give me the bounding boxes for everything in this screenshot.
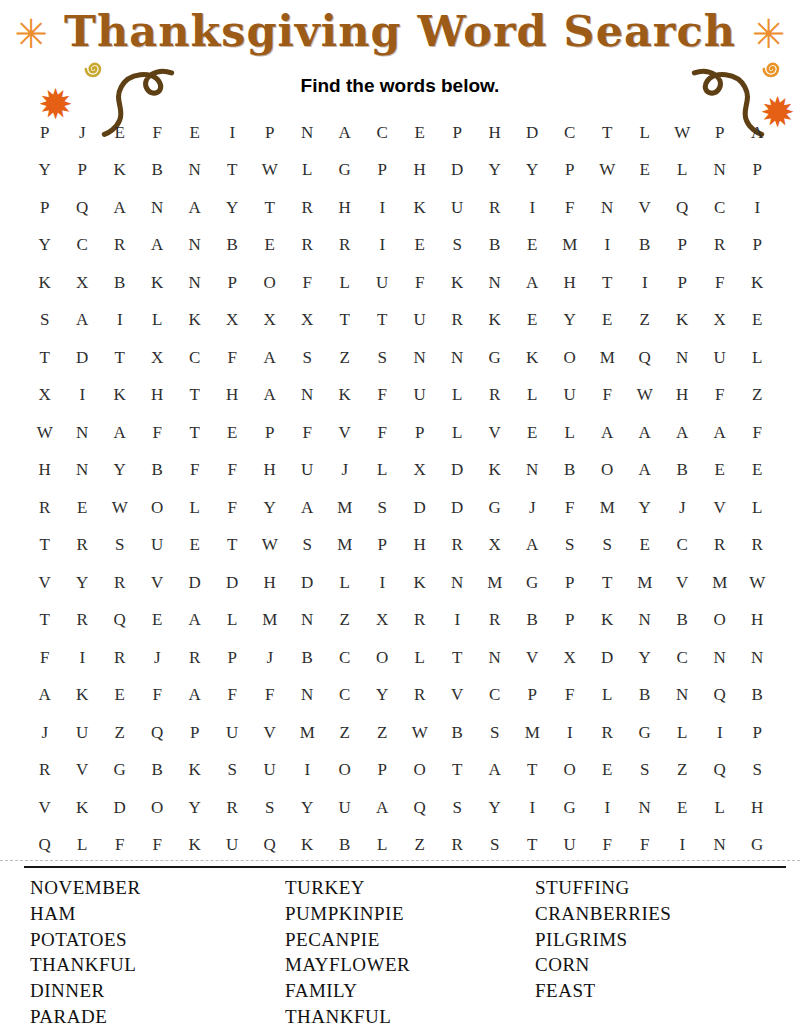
grid-cell[interactable]: R bbox=[101, 227, 139, 265]
grid-cell[interactable]: Q bbox=[401, 789, 439, 827]
grid-cell[interactable]: E bbox=[64, 489, 102, 527]
grid-cell[interactable]: N bbox=[664, 677, 702, 715]
grid-cell[interactable]: F bbox=[701, 264, 739, 302]
grid-cell[interactable]: F bbox=[251, 677, 289, 715]
grid-cell[interactable]: K bbox=[439, 264, 477, 302]
grid-cell[interactable]: R bbox=[401, 677, 439, 715]
grid-cell[interactable]: A bbox=[176, 189, 214, 227]
grid-cell[interactable]: E bbox=[176, 114, 214, 152]
grid-cell[interactable]: K bbox=[64, 677, 102, 715]
grid-cell[interactable]: M bbox=[551, 227, 589, 265]
grid-cell[interactable]: W bbox=[251, 152, 289, 190]
grid-cell[interactable]: M bbox=[589, 489, 627, 527]
grid-cell[interactable]: Q bbox=[664, 189, 702, 227]
grid-cell[interactable]: N bbox=[589, 189, 627, 227]
grid-cell[interactable]: F bbox=[364, 414, 402, 452]
grid-cell[interactable]: P bbox=[739, 714, 777, 752]
grid-cell[interactable]: S bbox=[26, 302, 64, 340]
grid-cell[interactable]: W bbox=[664, 114, 702, 152]
grid-cell[interactable]: A bbox=[739, 114, 777, 152]
grid-cell[interactable]: C bbox=[176, 339, 214, 377]
grid-cell[interactable]: I bbox=[739, 189, 777, 227]
grid-cell[interactable]: V bbox=[626, 189, 664, 227]
grid-cell[interactable]: X bbox=[551, 639, 589, 677]
grid-cell[interactable]: D bbox=[401, 489, 439, 527]
grid-cell[interactable]: Z bbox=[326, 602, 364, 640]
grid-cell[interactable]: A bbox=[626, 452, 664, 490]
grid-cell[interactable]: T bbox=[439, 639, 477, 677]
grid-cell[interactable]: J bbox=[139, 639, 177, 677]
grid-cell[interactable]: X bbox=[701, 302, 739, 340]
grid-cell[interactable]: M bbox=[326, 489, 364, 527]
grid-cell[interactable]: M bbox=[289, 714, 327, 752]
grid-cell[interactable]: M bbox=[326, 527, 364, 565]
grid-cell[interactable]: J bbox=[664, 489, 702, 527]
grid-cell[interactable]: I bbox=[364, 227, 402, 265]
grid-cell[interactable]: Z bbox=[364, 714, 402, 752]
grid-cell[interactable]: G bbox=[551, 789, 589, 827]
grid-cell[interactable]: F bbox=[26, 639, 64, 677]
grid-cell[interactable]: P bbox=[214, 639, 252, 677]
grid-cell[interactable]: A bbox=[326, 114, 364, 152]
grid-cell[interactable]: R bbox=[439, 527, 477, 565]
grid-cell[interactable]: H bbox=[326, 189, 364, 227]
grid-cell[interactable]: A bbox=[514, 527, 552, 565]
grid-cell[interactable]: N bbox=[64, 452, 102, 490]
grid-cell[interactable]: L bbox=[364, 452, 402, 490]
grid-cell[interactable]: A bbox=[589, 414, 627, 452]
grid-cell[interactable]: S bbox=[589, 527, 627, 565]
grid-cell[interactable]: T bbox=[439, 752, 477, 790]
grid-cell[interactable]: V bbox=[139, 564, 177, 602]
grid-cell[interactable]: J bbox=[514, 489, 552, 527]
grid-cell[interactable]: R bbox=[701, 227, 739, 265]
grid-cell[interactable]: L bbox=[664, 152, 702, 190]
grid-cell[interactable]: T bbox=[514, 827, 552, 865]
grid-cell[interactable]: T bbox=[176, 414, 214, 452]
grid-cell[interactable]: R bbox=[289, 227, 327, 265]
grid-cell[interactable]: X bbox=[251, 302, 289, 340]
grid-cell[interactable]: A bbox=[289, 489, 327, 527]
grid-cell[interactable]: Y bbox=[476, 152, 514, 190]
grid-cell[interactable]: I bbox=[364, 564, 402, 602]
grid-cell[interactable]: F bbox=[214, 452, 252, 490]
grid-cell[interactable]: D bbox=[101, 789, 139, 827]
grid-cell[interactable]: E bbox=[514, 227, 552, 265]
grid-cell[interactable]: T bbox=[214, 527, 252, 565]
grid-cell[interactable]: V bbox=[701, 489, 739, 527]
grid-cell[interactable]: Y bbox=[251, 489, 289, 527]
grid-cell[interactable]: K bbox=[476, 302, 514, 340]
grid-cell[interactable]: K bbox=[176, 752, 214, 790]
grid-cell[interactable]: Q bbox=[701, 752, 739, 790]
grid-cell[interactable]: P bbox=[251, 414, 289, 452]
grid-cell[interactable]: V bbox=[251, 714, 289, 752]
grid-cell[interactable]: N bbox=[739, 639, 777, 677]
grid-cell[interactable]: U bbox=[214, 714, 252, 752]
grid-cell[interactable]: N bbox=[476, 264, 514, 302]
grid-cell[interactable]: Y bbox=[101, 452, 139, 490]
grid-cell[interactable]: B bbox=[476, 227, 514, 265]
grid-cell[interactable]: K bbox=[26, 264, 64, 302]
grid-cell[interactable]: D bbox=[589, 639, 627, 677]
grid-cell[interactable]: E bbox=[401, 227, 439, 265]
grid-cell[interactable]: S bbox=[214, 752, 252, 790]
grid-cell[interactable]: O bbox=[551, 752, 589, 790]
grid-cell[interactable]: F bbox=[551, 489, 589, 527]
grid-cell[interactable]: L bbox=[326, 264, 364, 302]
grid-cell[interactable]: P bbox=[364, 152, 402, 190]
grid-cell[interactable]: K bbox=[739, 264, 777, 302]
grid-cell[interactable]: D bbox=[176, 564, 214, 602]
grid-cell[interactable]: P bbox=[439, 114, 477, 152]
grid-cell[interactable]: A bbox=[364, 789, 402, 827]
grid-cell[interactable]: N bbox=[476, 639, 514, 677]
grid-cell[interactable]: F bbox=[139, 414, 177, 452]
grid-cell[interactable]: W bbox=[401, 714, 439, 752]
grid-cell[interactable]: T bbox=[26, 527, 64, 565]
grid-cell[interactable]: O bbox=[401, 752, 439, 790]
grid-cell[interactable]: B bbox=[626, 227, 664, 265]
grid-cell[interactable]: E bbox=[176, 527, 214, 565]
grid-cell[interactable]: V bbox=[439, 677, 477, 715]
grid-cell[interactable]: L bbox=[664, 714, 702, 752]
grid-cell[interactable]: I bbox=[589, 227, 627, 265]
grid-cell[interactable]: P bbox=[551, 152, 589, 190]
grid-cell[interactable]: C bbox=[326, 677, 364, 715]
grid-cell[interactable]: R bbox=[26, 489, 64, 527]
grid-cell[interactable]: B bbox=[289, 639, 327, 677]
grid-cell[interactable]: Y bbox=[551, 302, 589, 340]
grid-cell[interactable]: G bbox=[514, 564, 552, 602]
grid-cell[interactable]: I bbox=[439, 602, 477, 640]
grid-cell[interactable]: Q bbox=[26, 827, 64, 865]
grid-cell[interactable]: B bbox=[626, 677, 664, 715]
grid-cell[interactable]: Q bbox=[251, 827, 289, 865]
grid-cell[interactable]: T bbox=[26, 339, 64, 377]
grid-cell[interactable]: Y bbox=[626, 639, 664, 677]
grid-cell[interactable]: I bbox=[589, 789, 627, 827]
grid-cell[interactable]: F bbox=[626, 827, 664, 865]
grid-cell[interactable]: P bbox=[551, 602, 589, 640]
grid-cell[interactable]: P bbox=[251, 114, 289, 152]
grid-cell[interactable]: L bbox=[439, 414, 477, 452]
grid-cell[interactable]: K bbox=[664, 302, 702, 340]
grid-cell[interactable]: T bbox=[589, 564, 627, 602]
grid-cell[interactable]: H bbox=[739, 789, 777, 827]
grid-cell[interactable]: R bbox=[26, 752, 64, 790]
grid-cell[interactable]: Y bbox=[214, 189, 252, 227]
grid-cell[interactable]: F bbox=[589, 827, 627, 865]
grid-cell[interactable]: E bbox=[626, 527, 664, 565]
grid-cell[interactable]: Q bbox=[139, 714, 177, 752]
grid-cell[interactable]: E bbox=[589, 302, 627, 340]
grid-cell[interactable]: D bbox=[64, 339, 102, 377]
grid-cell[interactable]: B bbox=[139, 452, 177, 490]
grid-cell[interactable]: S bbox=[289, 527, 327, 565]
grid-cell[interactable]: E bbox=[589, 752, 627, 790]
grid-cell[interactable]: Z bbox=[101, 714, 139, 752]
grid-cell[interactable]: U bbox=[139, 527, 177, 565]
grid-cell[interactable]: O bbox=[551, 339, 589, 377]
grid-cell[interactable]: H bbox=[551, 264, 589, 302]
grid-cell[interactable]: N bbox=[289, 377, 327, 415]
grid-cell[interactable]: I bbox=[626, 264, 664, 302]
grid-cell[interactable]: K bbox=[289, 827, 327, 865]
grid-cell[interactable]: N bbox=[701, 639, 739, 677]
grid-cell[interactable]: I bbox=[664, 827, 702, 865]
grid-cell[interactable]: W bbox=[251, 527, 289, 565]
grid-cell[interactable]: N bbox=[701, 827, 739, 865]
grid-cell[interactable]: T bbox=[364, 302, 402, 340]
grid-cell[interactable]: T bbox=[514, 752, 552, 790]
grid-cell[interactable]: I bbox=[64, 639, 102, 677]
grid-cell[interactable]: H bbox=[401, 527, 439, 565]
grid-cell[interactable]: E bbox=[701, 452, 739, 490]
grid-cell[interactable]: B bbox=[739, 677, 777, 715]
grid-cell[interactable]: R bbox=[589, 714, 627, 752]
grid-cell[interactable]: Y bbox=[26, 152, 64, 190]
grid-cell[interactable]: L bbox=[289, 152, 327, 190]
grid-cell[interactable]: M bbox=[701, 564, 739, 602]
grid-cell[interactable]: T bbox=[589, 264, 627, 302]
grid-cell[interactable]: D bbox=[514, 114, 552, 152]
grid-cell[interactable]: L bbox=[439, 377, 477, 415]
grid-cell[interactable]: U bbox=[439, 189, 477, 227]
grid-cell[interactable]: F bbox=[214, 339, 252, 377]
grid-cell[interactable]: D bbox=[439, 152, 477, 190]
grid-cell[interactable]: W bbox=[101, 489, 139, 527]
grid-cell[interactable]: F bbox=[289, 414, 327, 452]
grid-cell[interactable]: N bbox=[176, 227, 214, 265]
grid-cell[interactable]: R bbox=[701, 527, 739, 565]
grid-cell[interactable]: B bbox=[139, 752, 177, 790]
grid-cell[interactable]: S bbox=[101, 527, 139, 565]
grid-cell[interactable]: V bbox=[326, 414, 364, 452]
grid-cell[interactable]: Z bbox=[626, 302, 664, 340]
grid-cell[interactable]: N bbox=[176, 264, 214, 302]
grid-cell[interactable]: O bbox=[139, 489, 177, 527]
grid-cell[interactable]: V bbox=[664, 564, 702, 602]
grid-cell[interactable]: I bbox=[514, 789, 552, 827]
grid-cell[interactable]: G bbox=[476, 339, 514, 377]
grid-cell[interactable]: P bbox=[64, 152, 102, 190]
grid-cell[interactable]: X bbox=[289, 302, 327, 340]
grid-cell[interactable]: V bbox=[26, 564, 64, 602]
grid-cell[interactable]: K bbox=[514, 339, 552, 377]
grid-cell[interactable]: C bbox=[64, 227, 102, 265]
grid-cell[interactable]: E bbox=[514, 414, 552, 452]
grid-cell[interactable]: L bbox=[176, 489, 214, 527]
grid-cell[interactable]: B bbox=[101, 264, 139, 302]
grid-cell[interactable]: N bbox=[439, 339, 477, 377]
grid-cell[interactable]: K bbox=[326, 377, 364, 415]
grid-cell[interactable]: R bbox=[289, 189, 327, 227]
grid-cell[interactable]: S bbox=[739, 752, 777, 790]
grid-cell[interactable]: T bbox=[214, 152, 252, 190]
grid-cell[interactable]: Y bbox=[64, 564, 102, 602]
grid-cell[interactable]: D bbox=[289, 564, 327, 602]
grid-cell[interactable]: H bbox=[139, 377, 177, 415]
grid-cell[interactable]: D bbox=[439, 452, 477, 490]
grid-cell[interactable]: S bbox=[364, 489, 402, 527]
grid-cell[interactable]: L bbox=[514, 377, 552, 415]
grid-cell[interactable]: P bbox=[364, 527, 402, 565]
grid-cell[interactable]: P bbox=[664, 227, 702, 265]
grid-cell[interactable]: H bbox=[251, 452, 289, 490]
grid-cell[interactable]: C bbox=[551, 114, 589, 152]
grid-cell[interactable]: L bbox=[589, 677, 627, 715]
grid-cell[interactable]: D bbox=[214, 564, 252, 602]
grid-cell[interactable]: E bbox=[251, 227, 289, 265]
grid-cell[interactable]: M bbox=[514, 714, 552, 752]
grid-cell[interactable]: R bbox=[439, 302, 477, 340]
grid-cell[interactable]: P bbox=[701, 114, 739, 152]
grid-cell[interactable]: O bbox=[701, 602, 739, 640]
grid-cell[interactable]: R bbox=[476, 377, 514, 415]
grid-cell[interactable]: I bbox=[64, 377, 102, 415]
grid-cell[interactable]: M bbox=[589, 339, 627, 377]
grid-cell[interactable]: T bbox=[176, 377, 214, 415]
grid-cell[interactable]: L bbox=[364, 827, 402, 865]
grid-cell[interactable]: N bbox=[289, 114, 327, 152]
grid-cell[interactable]: R bbox=[101, 564, 139, 602]
grid-cell[interactable]: Z bbox=[664, 752, 702, 790]
grid-cell[interactable]: B bbox=[439, 714, 477, 752]
grid-cell[interactable]: U bbox=[64, 714, 102, 752]
grid-cell[interactable]: N bbox=[626, 602, 664, 640]
grid-cell[interactable]: H bbox=[664, 377, 702, 415]
grid-cell[interactable]: P bbox=[26, 114, 64, 152]
grid-cell[interactable]: U bbox=[701, 339, 739, 377]
grid-cell[interactable]: X bbox=[476, 527, 514, 565]
grid-cell[interactable]: M bbox=[476, 564, 514, 602]
grid-cell[interactable]: F bbox=[289, 264, 327, 302]
grid-cell[interactable]: S bbox=[439, 227, 477, 265]
grid-cell[interactable]: K bbox=[176, 302, 214, 340]
grid-cell[interactable]: J bbox=[326, 452, 364, 490]
grid-cell[interactable]: E bbox=[101, 677, 139, 715]
grid-cell[interactable]: I bbox=[214, 114, 252, 152]
grid-cell[interactable]: T bbox=[326, 302, 364, 340]
grid-cell[interactable]: B bbox=[139, 152, 177, 190]
grid-cell[interactable]: C bbox=[326, 639, 364, 677]
grid-cell[interactable]: W bbox=[26, 414, 64, 452]
grid-cell[interactable]: T bbox=[251, 189, 289, 227]
grid-cell[interactable]: Y bbox=[626, 489, 664, 527]
grid-cell[interactable]: R bbox=[64, 602, 102, 640]
grid-cell[interactable]: F bbox=[701, 377, 739, 415]
grid-cell[interactable]: R bbox=[476, 189, 514, 227]
grid-cell[interactable]: A bbox=[101, 189, 139, 227]
grid-cell[interactable]: G bbox=[326, 152, 364, 190]
grid-cell[interactable]: Z bbox=[401, 827, 439, 865]
grid-cell[interactable]: R bbox=[401, 602, 439, 640]
grid-cell[interactable]: S bbox=[289, 339, 327, 377]
grid-cell[interactable]: Y bbox=[364, 677, 402, 715]
grid-cell[interactable]: L bbox=[139, 302, 177, 340]
grid-cell[interactable]: F bbox=[739, 414, 777, 452]
grid-cell[interactable]: P bbox=[401, 414, 439, 452]
grid-cell[interactable]: I bbox=[514, 189, 552, 227]
grid-cell[interactable]: H bbox=[401, 152, 439, 190]
grid-cell[interactable]: U bbox=[551, 827, 589, 865]
grid-cell[interactable]: L bbox=[326, 564, 364, 602]
grid-cell[interactable]: A bbox=[64, 302, 102, 340]
grid-cell[interactable]: B bbox=[214, 227, 252, 265]
grid-cell[interactable]: Z bbox=[739, 377, 777, 415]
grid-cell[interactable]: F bbox=[214, 489, 252, 527]
grid-cell[interactable]: L bbox=[701, 789, 739, 827]
grid-cell[interactable]: R bbox=[214, 789, 252, 827]
grid-cell[interactable]: F bbox=[589, 377, 627, 415]
grid-cell[interactable]: H bbox=[26, 452, 64, 490]
grid-cell[interactable]: X bbox=[214, 302, 252, 340]
grid-cell[interactable]: A bbox=[664, 414, 702, 452]
grid-cell[interactable]: R bbox=[439, 827, 477, 865]
grid-cell[interactable]: I bbox=[364, 189, 402, 227]
grid-cell[interactable]: E bbox=[514, 302, 552, 340]
grid-cell[interactable]: E bbox=[739, 302, 777, 340]
grid-cell[interactable]: K bbox=[64, 789, 102, 827]
grid-cell[interactable]: F bbox=[401, 264, 439, 302]
grid-cell[interactable]: P bbox=[26, 189, 64, 227]
grid-cell[interactable]: U bbox=[551, 377, 589, 415]
grid-cell[interactable]: F bbox=[176, 452, 214, 490]
grid-cell[interactable]: J bbox=[26, 714, 64, 752]
grid-cell[interactable]: A bbox=[176, 677, 214, 715]
grid-cell[interactable]: P bbox=[364, 752, 402, 790]
grid-cell[interactable]: H bbox=[476, 114, 514, 152]
grid-cell[interactable]: R bbox=[739, 527, 777, 565]
grid-cell[interactable]: G bbox=[626, 714, 664, 752]
grid-cell[interactable]: K bbox=[139, 264, 177, 302]
grid-cell[interactable]: O bbox=[364, 639, 402, 677]
grid-cell[interactable]: W bbox=[589, 152, 627, 190]
grid-cell[interactable]: J bbox=[64, 114, 102, 152]
grid-cell[interactable]: P bbox=[176, 714, 214, 752]
grid-cell[interactable]: F bbox=[551, 677, 589, 715]
grid-cell[interactable]: A bbox=[626, 414, 664, 452]
grid-cell[interactable]: F bbox=[139, 114, 177, 152]
grid-cell[interactable]: I bbox=[289, 752, 327, 790]
grid-cell[interactable]: S bbox=[364, 339, 402, 377]
grid-cell[interactable]: N bbox=[626, 789, 664, 827]
grid-cell[interactable]: E bbox=[101, 114, 139, 152]
grid-cell[interactable]: K bbox=[401, 189, 439, 227]
grid-cell[interactable]: Y bbox=[476, 789, 514, 827]
grid-cell[interactable]: N bbox=[664, 339, 702, 377]
grid-cell[interactable]: V bbox=[64, 752, 102, 790]
grid-cell[interactable]: P bbox=[739, 227, 777, 265]
grid-cell[interactable]: R bbox=[476, 602, 514, 640]
grid-cell[interactable]: E bbox=[214, 414, 252, 452]
grid-cell[interactable]: C bbox=[364, 114, 402, 152]
grid-cell[interactable]: P bbox=[739, 152, 777, 190]
grid-cell[interactable]: F bbox=[101, 827, 139, 865]
grid-cell[interactable]: B bbox=[664, 452, 702, 490]
grid-cell[interactable]: M bbox=[251, 602, 289, 640]
grid-cell[interactable]: G bbox=[739, 827, 777, 865]
grid-cell[interactable]: A bbox=[251, 339, 289, 377]
grid-cell[interactable]: J bbox=[251, 639, 289, 677]
grid-cell[interactable]: I bbox=[701, 714, 739, 752]
grid-cell[interactable]: F bbox=[364, 377, 402, 415]
grid-cell[interactable]: K bbox=[476, 452, 514, 490]
grid-cell[interactable]: T bbox=[101, 339, 139, 377]
grid-cell[interactable]: V bbox=[26, 789, 64, 827]
grid-cell[interactable]: Z bbox=[326, 714, 364, 752]
